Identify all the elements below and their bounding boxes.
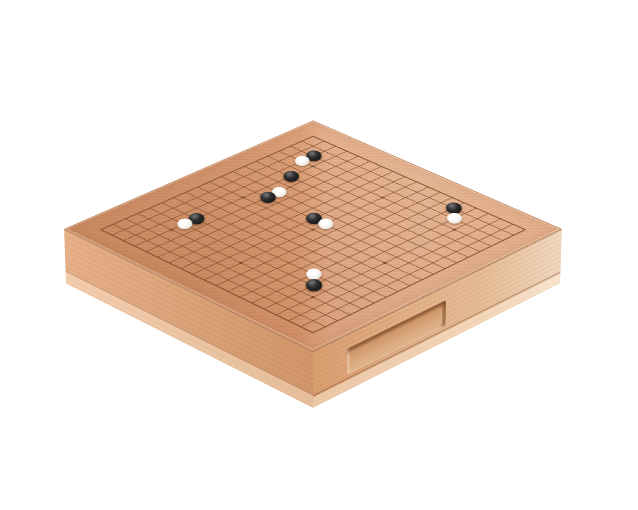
white-stone[interactable] [447, 213, 462, 224]
white-stone[interactable] [318, 219, 333, 230]
go-board-product-photo [0, 0, 638, 510]
black-stone[interactable] [306, 279, 322, 291]
white-stone[interactable] [306, 268, 321, 279]
white-stone[interactable] [177, 219, 192, 230]
white-stone[interactable] [295, 156, 309, 166]
hoshi-point [238, 262, 244, 265]
hoshi-point [382, 262, 388, 265]
hoshi-point [310, 296, 316, 299]
black-stone[interactable] [260, 192, 276, 203]
black-stone[interactable] [446, 202, 462, 213]
black-stone[interactable] [283, 171, 298, 182]
